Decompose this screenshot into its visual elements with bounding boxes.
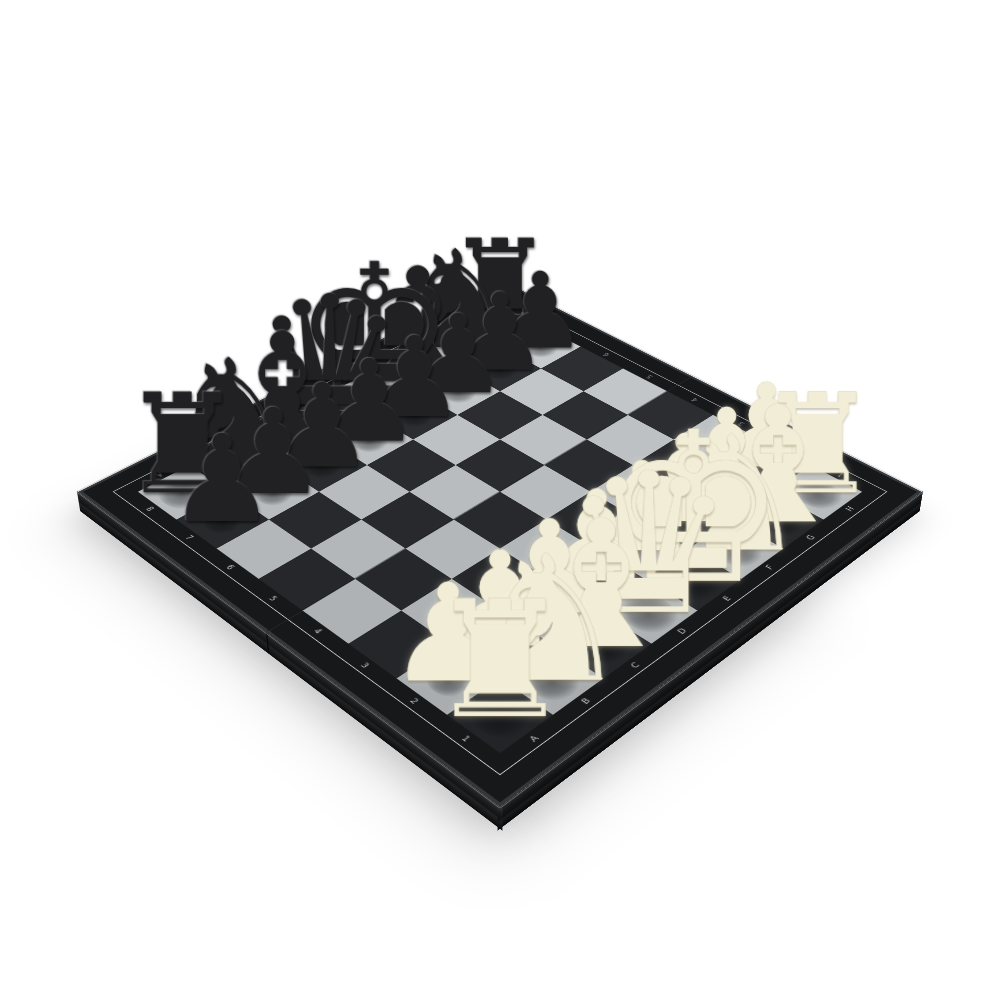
coord-label-rank-7-near: 7 (183, 534, 194, 541)
coord-label-rank-8-far: 8 (521, 310, 529, 314)
coord-label-file-a-near: A (528, 734, 541, 743)
black-pawn-glyph: ♟ (365, 322, 465, 433)
coord-label-rank-6-near: 6 (224, 564, 235, 571)
black-pawn-glyph: ♟ (318, 344, 420, 458)
square-f6[interactable] (457, 391, 542, 439)
square-g7[interactable] (459, 347, 541, 392)
white-rook-glyph: ♜ (427, 580, 572, 742)
square-e6[interactable] (413, 415, 500, 465)
piece-shadow-h7 (516, 336, 564, 362)
square-d6[interactable] (367, 439, 456, 491)
black-pawn-glyph: ♟ (168, 419, 276, 540)
coord-label-file-g-far: G (430, 330, 439, 335)
square-e7[interactable] (372, 391, 457, 439)
square-g6[interactable] (500, 369, 584, 415)
coord-label-rank-4-near: 4 (312, 628, 324, 636)
coord-label-rank-8-near: 8 (144, 506, 155, 512)
chess-board: 1122334455667788AABBCCDDEEFFGGHH♜♞♝♛♚♝♞♜… (79, 280, 922, 807)
coord-label-rank-7-far: 7 (561, 331, 569, 335)
coord-label-rank-5-near: 5 (267, 595, 279, 602)
coord-label-file-f-far: F (389, 352, 397, 356)
square-d7[interactable] (326, 415, 413, 465)
coord-label-file-h-far: H (471, 310, 480, 314)
square-f8[interactable] (377, 347, 459, 392)
black-pawn-glyph: ♟ (409, 300, 507, 409)
piece-shadow-f8 (388, 354, 449, 387)
coord-label-rank-6-far: 6 (603, 352, 611, 356)
piece-shadow-g7 (476, 357, 525, 384)
square-e8[interactable] (333, 369, 417, 415)
piece-shadow-g8 (430, 333, 490, 365)
black-pawn-glyph: ♟ (452, 279, 548, 386)
square-f7[interactable] (416, 369, 500, 415)
square-h8[interactable] (461, 305, 540, 346)
piece-shadow-f7 (433, 379, 483, 407)
coord-label-rank-2-near: 2 (408, 697, 420, 705)
coord-label-rank-5-far: 5 (646, 374, 654, 379)
coord-label-rank-1-near: 1 (459, 734, 471, 743)
square-h6[interactable] (541, 347, 623, 392)
coord-label-file-e-far: E (346, 374, 354, 379)
piece-shadow-h8 (470, 311, 531, 343)
coord-label-file-b-near: B (580, 697, 593, 706)
black-rook-glyph: ♜ (446, 224, 554, 345)
black-knight-glyph: ♞ (399, 233, 520, 368)
black-bishop-glyph: ♝ (354, 248, 483, 391)
product-photo-scene: 1122334455667788AABBCCDDEEFFGGHH♜♞♝♛♚♝♞♜… (0, 0, 1000, 1000)
black-pawn-glyph: ♟ (493, 258, 587, 363)
piece-shadow-d7 (344, 427, 395, 457)
coord-label-rank-3-near: 3 (359, 661, 371, 669)
square-h7[interactable] (500, 325, 580, 368)
coord-label-file-c-near: C (629, 661, 641, 669)
piece-shadow-e7 (389, 403, 439, 432)
square-g8[interactable] (420, 325, 500, 368)
piece-shadow-e8 (339, 374, 410, 414)
